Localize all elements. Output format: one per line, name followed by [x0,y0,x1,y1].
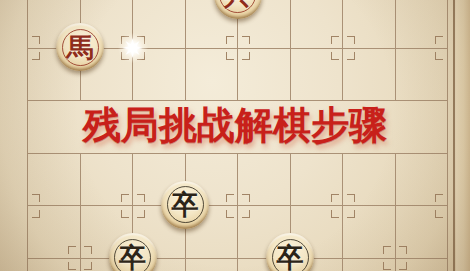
point-mark [121,217,129,218]
point-mark [435,36,443,37]
point-mark [249,194,250,202]
point-mark [354,52,355,60]
file-line-3-top [185,0,186,101]
piece-glyph: 馬 [56,23,104,71]
point-mark [354,210,355,218]
point-mark [226,59,234,60]
point-mark [144,210,145,218]
point-mark [435,52,436,60]
piece-glyph: 卒 [161,181,209,229]
point-mark [226,210,227,218]
piece-glyph: 卒 [266,233,314,271]
point-mark [331,36,332,44]
point-mark [406,246,407,254]
point-mark [354,194,355,202]
piece-black-soldier-3[interactable]: 卒 [266,233,314,271]
point-mark [331,36,339,37]
point-mark [121,210,122,218]
point-mark [91,246,92,254]
point-mark [435,210,436,218]
point-mark [226,52,227,60]
point-mark [68,246,69,254]
point-mark [226,36,227,44]
endgame-banner-text: 残局挑战解棋步骤 [0,103,470,147]
piece-red-horse[interactable]: 馬 [56,23,104,71]
point-mark [249,36,250,44]
point-mark [226,194,227,202]
point-mark [68,269,76,270]
point-mark [383,246,391,247]
point-mark [331,59,339,60]
piece-glyph: 兵 [214,0,262,19]
point-mark [39,210,40,218]
point-mark [39,52,40,60]
xiangqi-board[interactable]: 馬兵卒卒卒残局挑战解棋步骤 [0,0,470,271]
point-mark [435,59,443,60]
sparkle-core [128,44,137,53]
point-mark [331,210,332,218]
point-mark [249,210,250,218]
point-mark [354,36,355,44]
point-mark [68,246,76,247]
file-line-6-bottom [342,153,343,271]
file-line-5-top [290,0,291,101]
file-line-7-bottom [395,153,396,271]
point-mark [435,217,443,218]
piece-red-piece-top-cut[interactable]: 兵 [214,0,262,19]
point-mark [383,246,384,254]
point-mark [331,194,332,202]
point-mark [435,194,436,202]
point-mark [331,194,339,195]
point-mark [435,194,443,195]
point-mark [144,194,145,202]
point-mark [39,194,40,202]
point-mark [68,262,69,270]
point-mark [383,269,391,270]
point-mark [331,217,339,218]
point-mark [121,194,122,202]
piece-glyph: 卒 [109,233,157,271]
point-mark [383,262,384,270]
point-mark [226,217,234,218]
point-mark [226,194,234,195]
piece-black-soldier-1[interactable]: 卒 [161,181,209,229]
file-line-7-top [395,0,396,101]
piece-black-soldier-2[interactable]: 卒 [109,233,157,271]
point-mark [435,36,436,44]
point-mark [121,194,129,195]
point-mark [249,52,250,60]
point-mark [39,36,40,44]
point-mark [406,262,407,270]
point-mark [226,36,234,37]
point-mark [91,262,92,270]
file-line-4-bottom [237,153,238,271]
file-line-6-top [342,0,343,101]
point-mark [331,52,332,60]
file-line-1-bottom [80,153,81,271]
